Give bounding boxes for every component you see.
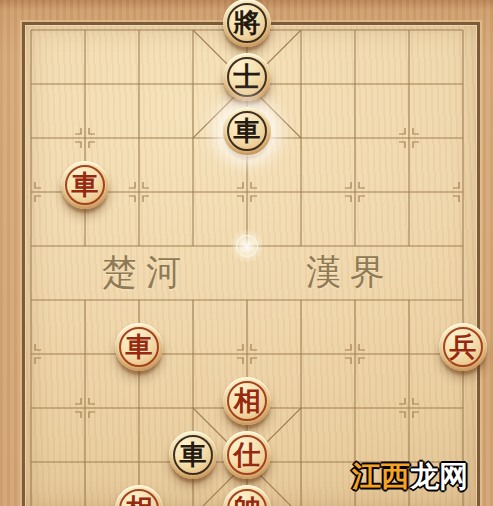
piece-glyph: 將 <box>234 9 261 36</box>
board-intersections[interactable]: 將士車車車兵相車仕相帥 <box>4 3 490 506</box>
river-label-right: 漢界 <box>306 249 394 296</box>
piece-red-pawn[interactable]: 兵 <box>439 323 487 371</box>
piece-black-chariot-a[interactable]: 車 <box>223 107 271 155</box>
piece-glyph: 士 <box>234 63 261 90</box>
piece-glyph: 車 <box>180 441 207 468</box>
watermark: 江西龙网 <box>352 459 468 494</box>
watermark-part1: 江西 <box>352 459 410 493</box>
piece-red-elephant-a[interactable]: 相 <box>223 377 271 425</box>
piece-red-advisor[interactable]: 仕 <box>223 431 271 479</box>
piece-black-chariot-b[interactable]: 車 <box>169 431 217 479</box>
piece-glyph: 相 <box>126 495 153 506</box>
piece-black-advisor[interactable]: 士 <box>223 53 271 101</box>
piece-glyph: 兵 <box>450 333 477 360</box>
piece-glyph: 車 <box>234 117 261 144</box>
river-label-left: 楚河 <box>102 249 190 296</box>
piece-black-general[interactable]: 將 <box>223 0 271 47</box>
move-from-marker <box>229 228 265 264</box>
piece-red-elephant-b[interactable]: 相 <box>115 485 163 506</box>
piece-glyph: 相 <box>234 387 261 414</box>
piece-glyph: 仕 <box>234 441 261 468</box>
piece-glyph: 車 <box>126 333 153 360</box>
watermark-part2: 龙网 <box>410 459 468 493</box>
piece-red-general[interactable]: 帥 <box>223 485 271 506</box>
piece-red-chariot-a[interactable]: 車 <box>61 161 109 209</box>
piece-glyph: 車 <box>72 171 99 198</box>
piece-red-chariot-b[interactable]: 車 <box>115 323 163 371</box>
piece-glyph: 帥 <box>234 495 261 506</box>
